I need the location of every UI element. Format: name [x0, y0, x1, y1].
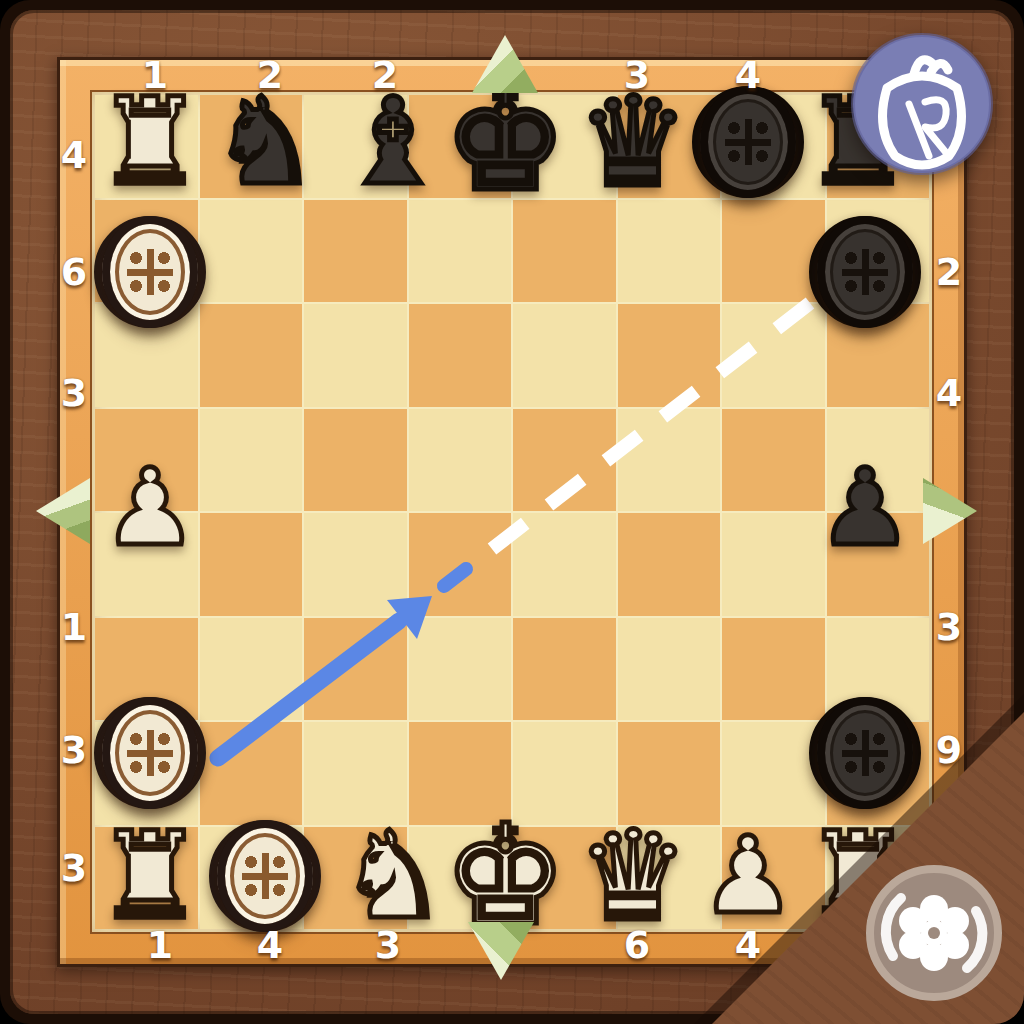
medallion-engraving [237, 848, 293, 904]
square-c3[interactable] [304, 618, 407, 721]
flower-refresh-button[interactable] [857, 856, 1013, 1012]
white-medallion-token [102, 697, 198, 809]
black-medallion-token [817, 216, 913, 328]
coord-label-bottom-2: 3 [375, 926, 401, 964]
coord-label-left-4: 3 [61, 731, 87, 769]
square-e4[interactable] [513, 513, 616, 616]
coord-label-right-0: 2 [936, 253, 962, 291]
square-e3[interactable] [513, 618, 616, 721]
piece-white-disc-a7[interactable] [94, 216, 206, 328]
piece-white-disc-b1[interactable] [209, 820, 321, 932]
square-b6[interactable] [200, 304, 303, 407]
rook-glyph: ♜ [96, 816, 204, 936]
square-f5[interactable] [618, 409, 721, 512]
square-d4[interactable] [409, 513, 512, 616]
square-d6[interactable] [409, 304, 512, 407]
square-f3[interactable] [618, 618, 721, 721]
coord-label-left-3: 1 [61, 608, 87, 646]
coord-label-left-1: 6 [61, 253, 87, 291]
acorn-monogram-badge[interactable] [836, 22, 1008, 194]
chess-app-window: ♜♞♝♚♛♜♟♟♜♞♚♛♟♜12234143644631332439 [0, 0, 1024, 1024]
white-medallion-token [217, 820, 313, 932]
white-medallion-token [102, 216, 198, 328]
coord-label-bottom-1: 4 [257, 926, 283, 964]
piece-black-disc-h2[interactable] [809, 697, 921, 809]
coord-label-top-3: 3 [624, 56, 650, 94]
medallion-engraving [122, 725, 178, 781]
square-e5[interactable] [513, 409, 616, 512]
pawn-glyph: ♟ [817, 455, 912, 561]
bishop-glyph: ♝ [339, 82, 447, 202]
flower-center-dot [928, 927, 940, 939]
coord-label-top-0: 1 [142, 56, 168, 94]
square-g3[interactable] [722, 618, 825, 721]
medallion-engraving [720, 114, 776, 170]
piece-black-pawn-h5[interactable]: ♟ [792, 435, 938, 581]
square-e6[interactable] [513, 304, 616, 407]
queen-glyph: ♛ [577, 80, 688, 204]
black-medallion-token [817, 697, 913, 809]
square-f6[interactable] [618, 304, 721, 407]
coord-label-top-2: 2 [372, 56, 398, 94]
rook-glyph: ♜ [96, 82, 204, 202]
queen-glyph: ♛ [577, 814, 688, 938]
piece-black-disc-h7[interactable] [809, 216, 921, 328]
medallion-engraving [837, 725, 893, 781]
square-c6[interactable] [304, 304, 407, 407]
coord-label-right-1: 4 [936, 374, 962, 412]
square-d3[interactable] [409, 618, 512, 721]
pawn-glyph: ♟ [700, 823, 795, 929]
piece-white-pawn-a5[interactable]: ♟ [77, 435, 223, 581]
piece-white-disc-a2[interactable] [94, 697, 206, 809]
medallion-engraving [837, 244, 893, 300]
coord-label-bottom-3: 6 [624, 926, 650, 964]
coord-label-left-0: 4 [61, 136, 87, 174]
pawn-glyph: ♟ [102, 455, 197, 561]
coord-label-left-5: 3 [61, 849, 87, 887]
medallion-engraving [122, 244, 178, 300]
square-c5[interactable] [304, 409, 407, 512]
black-medallion-token [700, 86, 796, 198]
knight-glyph: ♞ [339, 816, 447, 936]
coord-label-top-1: 2 [257, 56, 283, 94]
square-d5[interactable] [409, 409, 512, 512]
coord-label-top-4: 4 [735, 56, 761, 94]
knight-glyph: ♞ [211, 82, 319, 202]
square-c4[interactable] [304, 513, 407, 616]
coord-label-right-2: 3 [936, 608, 962, 646]
square-f4[interactable] [618, 513, 721, 616]
king-glyph: ♚ [443, 73, 567, 211]
coord-label-left-2: 3 [61, 374, 87, 412]
square-g6[interactable] [722, 304, 825, 407]
coord-label-bottom-0: 1 [147, 926, 173, 964]
coord-label-bottom-4: 4 [735, 926, 761, 964]
square-b3[interactable] [200, 618, 303, 721]
